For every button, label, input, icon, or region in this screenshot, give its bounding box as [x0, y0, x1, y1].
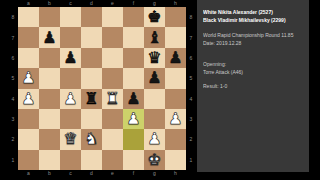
square-h3[interactable]: ♟ [165, 109, 186, 129]
file-label-c: c [60, 170, 81, 177]
square-d5[interactable] [81, 68, 102, 88]
square-h7[interactable] [165, 27, 186, 47]
rank-labels-right: 87654321 [186, 7, 196, 170]
file-label-g: g [144, 0, 165, 7]
file-label-e: e [102, 170, 123, 177]
black-pawn-f4[interactable]: ♟ [123, 89, 144, 109]
rank-label-8: 8 [186, 14, 196, 20]
square-c8[interactable] [60, 7, 81, 27]
square-c6[interactable]: ♟ [60, 48, 81, 68]
black-pawn-b7[interactable]: ♟ [39, 27, 60, 47]
white-pawn-a5[interactable]: ♟ [18, 68, 39, 88]
square-g3[interactable] [144, 109, 165, 129]
square-f7[interactable] [123, 27, 144, 47]
file-label-b: b [39, 170, 60, 177]
square-g7[interactable]: ♝ [144, 27, 165, 47]
file-label-d: d [81, 0, 102, 7]
square-a3[interactable] [18, 109, 39, 129]
square-b8[interactable] [39, 7, 60, 27]
file-label-g: g [144, 170, 165, 177]
rank-label-4: 4 [8, 96, 18, 102]
square-g2[interactable]: ♟ [144, 129, 165, 149]
square-h8[interactable] [165, 7, 186, 27]
square-h5[interactable] [165, 68, 186, 88]
rank-label-7: 7 [186, 35, 196, 41]
file-label-e: e [102, 0, 123, 7]
square-g5[interactable]: ♟ [144, 68, 165, 88]
file-label-b: b [39, 0, 60, 7]
square-d1[interactable] [81, 150, 102, 170]
square-f3[interactable]: ♟ [123, 109, 144, 129]
square-g1[interactable]: ♚ [144, 150, 165, 170]
rank-label-2: 2 [8, 136, 18, 142]
square-e6[interactable] [102, 48, 123, 68]
square-a8[interactable] [18, 7, 39, 27]
black-queen-g6[interactable]: ♛ [144, 48, 165, 68]
square-c4[interactable]: ♟ [60, 89, 81, 109]
rank-label-1: 1 [8, 157, 18, 163]
square-b6[interactable] [39, 48, 60, 68]
file-label-h: h [165, 170, 186, 177]
square-h4[interactable] [165, 89, 186, 109]
square-f1[interactable] [123, 150, 144, 170]
square-f5[interactable] [123, 68, 144, 88]
opening-label: Openning: [203, 60, 303, 68]
rank-label-3: 3 [186, 116, 196, 122]
rank-label-6: 6 [186, 55, 196, 61]
square-c3[interactable] [60, 109, 81, 129]
white-player-line: White Nikita Alexander (2527) [203, 8, 303, 16]
white-knight-d2[interactable]: ♞ [81, 129, 102, 149]
file-label-a: a [18, 170, 39, 177]
black-player-line: Black Vladimir Mikhailevsky (2299) [203, 16, 303, 24]
rank-label-4: 4 [186, 96, 196, 102]
square-c5[interactable] [60, 68, 81, 88]
rank-label-6: 6 [8, 55, 18, 61]
square-e1[interactable] [102, 150, 123, 170]
square-e8[interactable] [102, 7, 123, 27]
square-d6[interactable] [81, 48, 102, 68]
file-label-f: f [123, 170, 144, 177]
square-e4[interactable]: ♜ [102, 89, 123, 109]
event-line: World Rapid Championship Round 11.85 [203, 31, 303, 39]
file-label-a: a [18, 0, 39, 7]
square-e2[interactable] [102, 129, 123, 149]
date-line: Date: 2019.12.28 [203, 39, 303, 47]
square-e3[interactable] [102, 109, 123, 129]
rank-label-8: 8 [8, 14, 18, 20]
file-label-f: f [123, 0, 144, 7]
file-label-d: d [81, 170, 102, 177]
rank-labels-left: 87654321 [8, 7, 18, 170]
white-pawn-c4[interactable]: ♟ [60, 89, 81, 109]
square-a1[interactable] [18, 150, 39, 170]
rank-label-3: 3 [8, 116, 18, 122]
black-king-g8[interactable]: ♚ [144, 7, 165, 27]
black-pawn-h6[interactable]: ♟ [165, 48, 186, 68]
app-background: abcdefgh 87654321 ♚♟♝♟♛♟♟♟♟♟♜♜♟♟♟♛♞♟♚ 87… [0, 0, 320, 180]
black-pawn-c6[interactable]: ♟ [60, 48, 81, 68]
square-b2[interactable] [39, 129, 60, 149]
square-c7[interactable] [60, 27, 81, 47]
square-a4[interactable]: ♟ [18, 89, 39, 109]
chess-board-block: abcdefgh 87654321 ♚♟♝♟♛♟♟♟♟♟♜♜♟♟♟♛♞♟♚ 87… [8, 0, 196, 177]
square-b3[interactable] [39, 109, 60, 129]
square-f4[interactable]: ♟ [123, 89, 144, 109]
file-label-h: h [165, 0, 186, 7]
square-b1[interactable] [39, 150, 60, 170]
black-pawn-g5[interactable]: ♟ [144, 68, 165, 88]
square-f8[interactable] [123, 7, 144, 27]
white-rook-e4[interactable]: ♜ [102, 89, 123, 109]
square-h2[interactable] [165, 129, 186, 149]
file-labels-top: abcdefgh [8, 0, 196, 7]
square-a2[interactable] [18, 129, 39, 149]
file-label-c: c [60, 0, 81, 7]
square-d8[interactable] [81, 7, 102, 27]
rank-label-5: 5 [186, 75, 196, 81]
rank-label-2: 2 [186, 136, 196, 142]
square-f6[interactable] [123, 48, 144, 68]
square-b5[interactable] [39, 68, 60, 88]
white-queen-c2[interactable]: ♛ [60, 129, 81, 149]
square-c2[interactable]: ♛ [60, 129, 81, 149]
rank-label-1: 1 [186, 157, 196, 163]
opening-name: Torre Attack (A46) [203, 68, 303, 76]
square-b7[interactable]: ♟ [39, 27, 60, 47]
square-d7[interactable] [81, 27, 102, 47]
square-b4[interactable] [39, 89, 60, 109]
square-d3[interactable] [81, 109, 102, 129]
black-bishop-g7[interactable]: ♝ [144, 27, 165, 47]
white-king-g1[interactable]: ♚ [144, 150, 165, 170]
square-d4[interactable]: ♜ [81, 89, 102, 109]
game-info-panel: White Nikita Alexander (2527) Black Vlad… [197, 0, 309, 172]
square-c1[interactable] [60, 150, 81, 170]
result-line: Result: 1-0 [203, 82, 303, 90]
black-rook-d4[interactable]: ♜ [81, 89, 102, 109]
square-e7[interactable] [102, 27, 123, 47]
square-a5[interactable]: ♟ [18, 68, 39, 88]
square-h6[interactable]: ♟ [165, 48, 186, 68]
square-g8[interactable]: ♚ [144, 7, 165, 27]
square-e5[interactable] [102, 68, 123, 88]
white-pawn-f3[interactable]: ♟ [123, 109, 144, 129]
chess-board[interactable]: ♚♟♝♟♛♟♟♟♟♟♜♜♟♟♟♛♞♟♚ [18, 7, 186, 170]
square-g6[interactable]: ♛ [144, 48, 165, 68]
white-pawn-a4[interactable]: ♟ [18, 89, 39, 109]
square-h1[interactable] [165, 150, 186, 170]
white-pawn-h3[interactable]: ♟ [165, 109, 186, 129]
square-f2[interactable] [123, 129, 144, 149]
rank-label-5: 5 [8, 75, 18, 81]
white-pawn-g2[interactable]: ♟ [144, 129, 165, 149]
file-labels-bottom: abcdefgh [8, 170, 196, 177]
square-g4[interactable] [144, 89, 165, 109]
square-d2[interactable]: ♞ [81, 129, 102, 149]
square-a6[interactable] [18, 48, 39, 68]
rank-label-7: 7 [8, 35, 18, 41]
square-a7[interactable] [18, 27, 39, 47]
